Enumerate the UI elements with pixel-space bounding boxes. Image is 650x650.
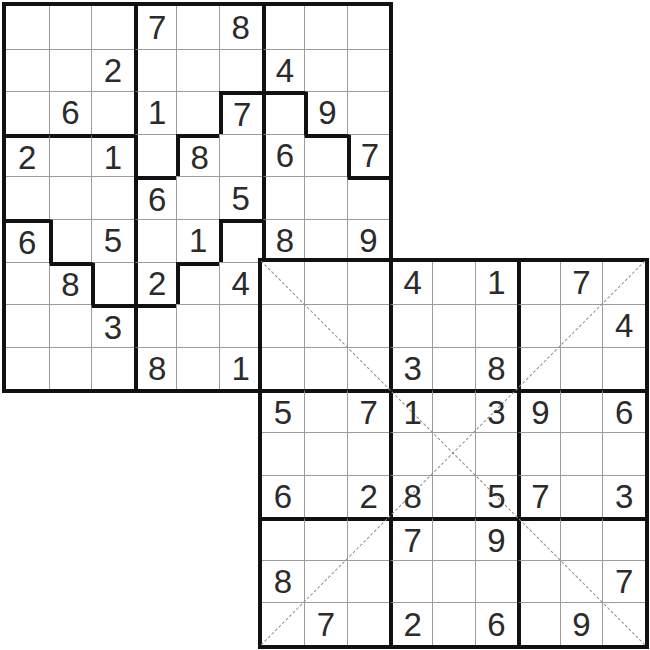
jigsaw-cell-r3c2: 6	[49, 91, 92, 134]
jigsaw-cell-r8c5[interactable]	[176, 304, 219, 347]
xsudoku-given-digit: 3	[403, 352, 421, 385]
jigsaw-cell-r2c6[interactable]	[219, 49, 262, 92]
xsudoku-cell-r2c5[interactable]	[432, 304, 475, 347]
xsudoku-cell-r6c5[interactable]	[432, 475, 475, 518]
jigsaw-given-digit: 7	[361, 139, 379, 172]
jigsaw-cell-r1c2[interactable]	[49, 6, 92, 49]
jigsaw-cell-r6c4[interactable]	[134, 219, 177, 262]
jigsaw-cell-r8c6[interactable]	[219, 304, 262, 347]
xsudoku-given-digit: 6	[615, 396, 633, 429]
jigsaw-cell-r3c1[interactable]	[6, 91, 49, 134]
jigsaw-cell-r1c3[interactable]	[91, 6, 134, 49]
xsudoku-given-digit: 6	[487, 608, 505, 641]
xsudoku-cell-r5c5[interactable]	[432, 432, 475, 475]
xsudoku-cell-r7c9[interactable]	[602, 517, 645, 560]
jigsaw-given-digit: 1	[189, 224, 207, 257]
xsudoku-cell-r1c1[interactable]	[262, 262, 305, 305]
jigsaw-cell-r7c6: 4	[219, 262, 262, 305]
xsudoku-cell-r5c1[interactable]	[262, 432, 305, 475]
jigsaw-cell-r2c2[interactable]	[49, 49, 92, 92]
xsudoku-cell-r4c2[interactable]	[304, 389, 347, 432]
jigsaw-cell-r5c4: 6	[134, 176, 177, 219]
xsudoku-cell-r4c1: 5	[262, 389, 305, 432]
xsudoku-given-digit: 1	[487, 266, 505, 299]
xsudoku-given-digit: 7	[531, 480, 549, 513]
jigsaw-cell-r6c8[interactable]	[304, 219, 347, 262]
xsudoku-cell-r2c4[interactable]	[389, 304, 432, 347]
jigsaw-cell-r9c1[interactable]	[6, 347, 49, 390]
jigsaw-cell-r4c8[interactable]	[304, 134, 347, 177]
jigsaw-given-digit: 2	[18, 141, 36, 174]
xsudoku-cell-r1c5[interactable]	[432, 262, 475, 305]
xsudoku-cell-r6c7: 7	[517, 475, 560, 518]
xsudoku-cell-r6c4: 8	[389, 475, 432, 518]
jigsaw-cell-r4c4[interactable]	[134, 134, 177, 177]
xsudoku-cell-r9c9[interactable]	[602, 602, 645, 645]
xsudoku-cell-r4c4: 1	[389, 389, 432, 432]
jigsaw-cell-r3c9[interactable]	[347, 91, 390, 134]
jigsaw-cell-r4c5: 8	[176, 134, 219, 177]
jigsaw-cell-r2c8[interactable]	[304, 49, 347, 92]
xsudoku-cell-r1c6: 1	[475, 262, 518, 305]
xsudoku-cell-r6c9: 3	[602, 475, 645, 518]
jigsaw-cell-r1c7[interactable]	[262, 6, 305, 49]
jigsaw-given-digit: 8	[61, 268, 79, 301]
jigsaw-cell-r3c8: 9	[304, 91, 347, 134]
xsudoku-cell-r6c3: 2	[347, 475, 390, 518]
jigsaw-cell-r2c3: 2	[91, 49, 134, 92]
jigsaw-cell-r2c9[interactable]	[347, 49, 390, 92]
xsudoku-given-digit: 8	[274, 565, 292, 598]
xsudoku-cell-r3c8[interactable]	[560, 347, 603, 390]
xsudoku-cell-r6c1: 6	[262, 475, 305, 518]
xsudoku-given-digit: 7	[317, 608, 335, 641]
jigsaw-cell-r4c2[interactable]	[49, 134, 92, 177]
jigsaw-cell-r8c3: 3	[91, 304, 134, 347]
jigsaw-given-digit: 9	[359, 224, 377, 257]
jigsaw-cell-r9c4: 8	[134, 347, 177, 390]
xsudoku-cell-r1c3[interactable]	[347, 262, 390, 305]
xsudoku-cell-r7c2[interactable]	[304, 517, 347, 560]
jigsaw-cell-r6c6[interactable]	[219, 219, 262, 262]
jigsaw-cell-r6c5: 1	[176, 219, 219, 262]
xsudoku-cell-r2c3[interactable]	[347, 304, 390, 347]
jigsaw-cell-r2c7: 4	[262, 49, 305, 92]
jigsaw-cell-r4c6[interactable]	[219, 134, 262, 177]
xsudoku-given-digit: 8	[403, 480, 421, 513]
jigsaw-cell-r5c7[interactable]	[262, 176, 305, 219]
jigsaw-given-digit: 6	[18, 226, 36, 259]
puzzle-page: 78246179218676565189824381 4174385713966…	[0, 0, 650, 650]
jigsaw-cell-r8c1[interactable]	[6, 304, 49, 347]
xsudoku-cell-r3c2[interactable]	[304, 347, 347, 390]
jigsaw-given-digit: 8	[232, 11, 250, 44]
jigsaw-cell-r3c5[interactable]	[176, 91, 219, 134]
xsudoku-cell-r7c6: 9	[475, 517, 518, 560]
jigsaw-cell-r1c6: 8	[219, 6, 262, 49]
jigsaw-given-digit: 8	[276, 224, 294, 257]
xsudoku-cell-r1c4: 4	[389, 262, 432, 305]
xsudoku-cell-r8c4[interactable]	[389, 560, 432, 603]
jigsaw-cell-r6c2[interactable]	[49, 219, 92, 262]
xsudoku-cell-r9c6: 6	[475, 602, 518, 645]
jigsaw-given-digit: 3	[104, 311, 122, 344]
xsudoku-cell-r6c2[interactable]	[304, 475, 347, 518]
xsudoku-given-digit: 1	[403, 396, 421, 429]
xsudoku-cell-r3c9[interactable]	[602, 347, 645, 390]
jigsaw-cell-r8c2[interactable]	[49, 304, 92, 347]
xsudoku-cell-r3c4: 3	[389, 347, 432, 390]
xsudoku-cell-r7c3[interactable]	[347, 517, 390, 560]
jigsaw-cell-r8c4[interactable]	[134, 304, 177, 347]
xsudoku-given-digit: 5	[274, 396, 292, 429]
xsudoku-cell-r2c2[interactable]	[304, 304, 347, 347]
jigsaw-cell-r4c9: 7	[347, 134, 390, 177]
xsudoku-given-digit: 7	[572, 266, 590, 299]
jigsaw-cell-r5c8[interactable]	[304, 176, 347, 219]
xsudoku-cell-r9c3[interactable]	[347, 602, 390, 645]
jigsaw-cell-r5c5[interactable]	[176, 176, 219, 219]
jigsaw-cell-r3c3[interactable]	[91, 91, 134, 134]
xsudoku-cell-r7c1[interactable]	[262, 517, 305, 560]
xsudoku-cell-r6c8[interactable]	[560, 475, 603, 518]
xsudoku-cell-r5c9[interactable]	[602, 432, 645, 475]
xsudoku-cell-r6c6: 5	[475, 475, 518, 518]
xsudoku-given-digit: 2	[359, 480, 377, 513]
jigsaw-given-digit: 6	[276, 139, 294, 172]
xsudoku-given-digit: 4	[615, 309, 633, 342]
xsudoku-cell-r2c9: 4	[602, 304, 645, 347]
jigsaw-cell-r7c3[interactable]	[91, 262, 134, 305]
jigsaw-cell-r7c1[interactable]	[6, 262, 49, 305]
xsudoku-cell-r8c3[interactable]	[347, 560, 390, 603]
jigsaw-cell-r9c6: 1	[219, 347, 262, 390]
xsudoku-given-digit: 7	[615, 565, 633, 598]
xsudoku-given-digit: 7	[403, 524, 421, 557]
xsudoku-cell-r4c3: 7	[347, 389, 390, 432]
xsudoku-cell-r7c5[interactable]	[432, 517, 475, 560]
xsudoku-cell-r1c9[interactable]	[602, 262, 645, 305]
jigsaw-cell-r1c4: 7	[134, 6, 177, 49]
jigsaw-cell-r1c1[interactable]	[6, 6, 49, 49]
jigsaw-given-digit: 8	[190, 141, 208, 174]
jigsaw-cell-r3c4: 1	[134, 91, 177, 134]
jigsaw-cell-r5c2[interactable]	[49, 176, 92, 219]
jigsaw-given-digit: 7	[148, 11, 166, 44]
xsudoku-cell-r7c4: 7	[389, 517, 432, 560]
jigsaw-cell-r5c6: 5	[219, 176, 262, 219]
xsudoku-cell-r2c7[interactable]	[517, 304, 560, 347]
jigsaw-cell-r9c2[interactable]	[49, 347, 92, 390]
xsudoku-cell-r5c3[interactable]	[347, 432, 390, 475]
xsudoku-cell-r2c8[interactable]	[560, 304, 603, 347]
xsudoku-cell-r9c4: 2	[389, 602, 432, 645]
jigsaw-given-digit: 4	[232, 267, 250, 300]
jigsaw-given-digit: 9	[318, 96, 336, 129]
jigsaw-cell-r7c4: 2	[134, 262, 177, 305]
jigsaw-cell-r9c5[interactable]	[176, 347, 219, 390]
jigsaw-cell-r6c7: 8	[262, 219, 305, 262]
jigsaw-cell-r4c7: 6	[262, 134, 305, 177]
xsudoku-cell-r1c8: 7	[560, 262, 603, 305]
jigsaw-given-digit: 1	[232, 352, 250, 385]
xsudoku-cell-r7c8[interactable]	[560, 517, 603, 560]
xsudoku-cell-r2c1[interactable]	[262, 304, 305, 347]
jigsaw-cell-r7c2: 8	[49, 262, 92, 305]
xsudoku-cell-r3c6: 8	[475, 347, 518, 390]
xsudoku-cell-r4c5[interactable]	[432, 389, 475, 432]
jigsaw-cell-r3c7[interactable]	[262, 91, 305, 134]
xsudoku-cell-r5c4[interactable]	[389, 432, 432, 475]
jigsaw-cell-r1c9[interactable]	[347, 6, 390, 49]
xsudoku-cell-r3c7[interactable]	[517, 347, 560, 390]
xsudoku-given-digit: 3	[615, 480, 633, 513]
xsudoku-given-digit: 6	[274, 480, 292, 513]
xsudoku-cell-r4c9: 6	[602, 389, 645, 432]
jigsaw-cell-r2c4[interactable]	[134, 49, 177, 92]
jigsaw-cell-r4c1: 2	[6, 134, 49, 177]
xsudoku-cell-r3c1[interactable]	[262, 347, 305, 390]
xsudoku-cell-r9c1[interactable]	[262, 602, 305, 645]
jigsaw-cell-r5c3[interactable]	[91, 176, 134, 219]
xsudoku-given-digit: 7	[359, 396, 377, 429]
xsudoku-cell-r4c7: 9	[517, 389, 560, 432]
xsudoku-cell-r3c5[interactable]	[432, 347, 475, 390]
xsudoku-cell-r7c7[interactable]	[517, 517, 560, 560]
jigsaw-cell-r7c5[interactable]	[176, 262, 219, 305]
xsudoku-given-digit: 4	[403, 266, 421, 299]
jigsaw-cell-r1c8[interactable]	[304, 6, 347, 49]
jigsaw-cell-r5c9[interactable]	[347, 176, 390, 219]
jigsaw-cell-r2c1[interactable]	[6, 49, 49, 92]
jigsaw-cell-r2c5[interactable]	[176, 49, 219, 92]
xsudoku-cell-r8c6[interactable]	[475, 560, 518, 603]
xsudoku-cell-r9c2: 7	[304, 602, 347, 645]
xsudoku-cell-r8c5[interactable]	[432, 560, 475, 603]
xsudoku-cell-r5c6[interactable]	[475, 432, 518, 475]
jigsaw-given-digit: 7	[233, 98, 251, 131]
jigsaw-cell-r5c1[interactable]	[6, 176, 49, 219]
xsudoku-cell-r1c7[interactable]	[517, 262, 560, 305]
xsudoku-cell-r8c8[interactable]	[560, 560, 603, 603]
jigsaw-given-digit: 6	[148, 183, 166, 216]
jigsaw-cell-r1c5[interactable]	[176, 6, 219, 49]
xsudoku-cell-r5c2[interactable]	[304, 432, 347, 475]
xsudoku-given-digit: 9	[572, 608, 590, 641]
xsudoku-cell-r3c3[interactable]	[347, 347, 390, 390]
xsudoku-cell-r9c5[interactable]	[432, 602, 475, 645]
xsudoku-cell-r8c7[interactable]	[517, 560, 560, 603]
jigsaw-cell-r9c3[interactable]	[91, 347, 134, 390]
jigsaw-given-digit: 2	[148, 267, 166, 300]
jigsaw-cell-r3c6: 7	[219, 91, 262, 134]
jigsaw-cell-r6c3: 5	[91, 219, 134, 262]
jigsaw-given-digit: 4	[276, 54, 294, 87]
jigsaw-given-digit: 5	[232, 182, 250, 215]
xsudoku-cell-r4c8[interactable]	[560, 389, 603, 432]
xsudoku-cell-r1c2[interactable]	[304, 262, 347, 305]
jigsaw-cell-r6c1: 6	[6, 219, 49, 262]
xsudoku-cell-r4c6: 3	[475, 389, 518, 432]
xsudoku-cell-r8c1: 8	[262, 560, 305, 603]
jigsaw-given-digit: 2	[104, 54, 122, 87]
jigsaw-given-digit: 6	[61, 96, 79, 129]
xsudoku-cell-r9c8: 9	[560, 602, 603, 645]
xsudoku-given-digit: 9	[487, 524, 505, 557]
xsudoku-cell-r2c6[interactable]	[475, 304, 518, 347]
xsudoku-given-digit: 2	[403, 608, 421, 641]
jigsaw-given-digit: 5	[104, 224, 122, 257]
xsudoku-cell-r8c2[interactable]	[304, 560, 347, 603]
x-sudoku-board: 41743857139662857379877269	[258, 258, 649, 649]
xsudoku-given-digit: 9	[531, 396, 549, 429]
jigsaw-given-digit: 1	[104, 141, 122, 174]
xsudoku-cell-r8c9: 7	[602, 560, 645, 603]
jigsaw-given-digit: 8	[148, 352, 166, 385]
xsudoku-cell-r9c7[interactable]	[517, 602, 560, 645]
jigsaw-cell-r6c9: 9	[347, 219, 390, 262]
xsudoku-cell-r5c8[interactable]	[560, 432, 603, 475]
xsudoku-given-digit: 5	[487, 480, 505, 513]
jigsaw-given-digit: 1	[148, 96, 166, 129]
xsudoku-cell-r5c7[interactable]	[517, 432, 560, 475]
xsudoku-given-digit: 8	[487, 352, 505, 385]
jigsaw-cell-r4c3: 1	[91, 134, 134, 177]
xsudoku-given-digit: 3	[487, 396, 505, 429]
